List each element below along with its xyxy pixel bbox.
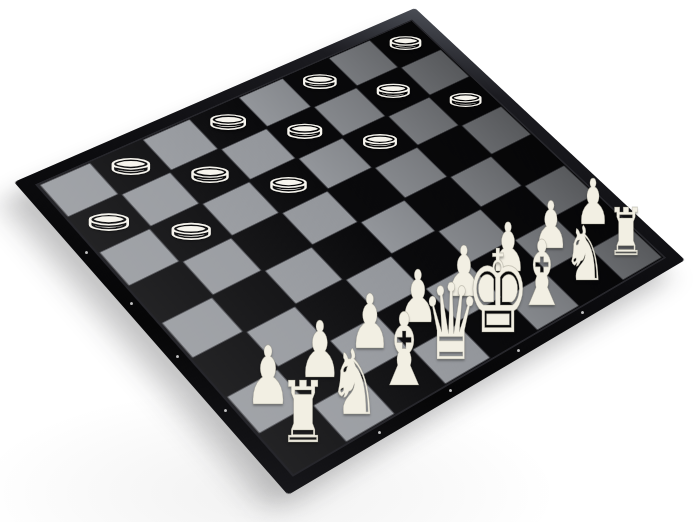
- board-grid: [38, 21, 663, 474]
- chessboard: [14, 8, 685, 495]
- product-photo-stage: ⛂⛂⛂⛂⛂⛂⛂⛂⛂⛂♟⛂⛂♟♜♟♞♟♝♟♚♟♛♟♝♟♞♜: [0, 0, 700, 522]
